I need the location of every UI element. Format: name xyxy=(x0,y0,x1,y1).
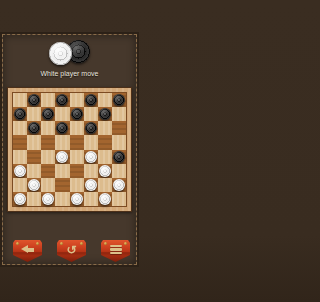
white-checker[interactable] xyxy=(71,193,83,205)
white-checker[interactable] xyxy=(113,179,125,191)
board-square-r7c5 xyxy=(70,178,84,192)
board-square-r2c6 xyxy=(84,107,98,121)
board-square-r7c3 xyxy=(41,178,55,192)
black-checker[interactable] xyxy=(99,108,111,120)
board-square-r1c3 xyxy=(41,93,55,107)
white-checker[interactable] xyxy=(14,165,26,177)
board-square-r3c6[interactable] xyxy=(84,121,98,135)
board-square-r6c2 xyxy=(27,164,41,178)
white-checker[interactable] xyxy=(85,151,97,163)
black-checker[interactable] xyxy=(113,94,125,106)
board-square-r8c8 xyxy=(112,192,126,206)
board-square-r1c2[interactable] xyxy=(27,93,41,107)
board-square-r6c7[interactable] xyxy=(98,164,112,178)
white-checker[interactable] xyxy=(56,151,68,163)
board-square-r3c3 xyxy=(41,121,55,135)
white-checker[interactable] xyxy=(14,193,26,205)
board-square-r4c7[interactable] xyxy=(98,135,112,149)
nail-icon xyxy=(104,242,107,245)
board-square-r7c2[interactable] xyxy=(27,178,41,192)
nail-icon xyxy=(80,242,83,245)
board-square-r1c6[interactable] xyxy=(84,93,98,107)
white-checker-icon xyxy=(49,42,72,65)
board-square-r8c5[interactable] xyxy=(70,192,84,206)
board-square-r5c7 xyxy=(98,150,112,164)
nail-icon xyxy=(36,242,39,245)
board-square-r6c5[interactable] xyxy=(70,164,84,178)
board-square-r5c1 xyxy=(13,150,27,164)
board-square-r7c1 xyxy=(13,178,27,192)
white-checker[interactable] xyxy=(99,165,111,177)
board-square-r6c6 xyxy=(84,164,98,178)
black-checker[interactable] xyxy=(14,108,26,120)
board-square-r6c8 xyxy=(112,164,126,178)
board-square-r7c6[interactable] xyxy=(84,178,98,192)
black-checker[interactable] xyxy=(28,122,40,134)
board-square-r8c1[interactable] xyxy=(13,192,27,206)
board-grid xyxy=(12,92,127,207)
board-square-r1c8[interactable] xyxy=(112,93,126,107)
board-square-r5c4[interactable] xyxy=(55,150,69,164)
black-checker[interactable] xyxy=(28,94,40,106)
board-square-r5c5 xyxy=(70,150,84,164)
black-checker[interactable] xyxy=(56,122,68,134)
board-square-r6c3[interactable] xyxy=(41,164,55,178)
board-square-r2c5[interactable] xyxy=(70,107,84,121)
board-square-r1c4[interactable] xyxy=(55,93,69,107)
white-checker[interactable] xyxy=(99,193,111,205)
white-checker[interactable] xyxy=(85,179,97,191)
board-square-r3c7 xyxy=(98,121,112,135)
board-square-r2c8 xyxy=(112,107,126,121)
black-checker[interactable] xyxy=(56,94,68,106)
board-square-r2c3[interactable] xyxy=(41,107,55,121)
board-square-r4c1[interactable] xyxy=(13,135,27,149)
turn-indicator xyxy=(3,39,136,67)
board-square-r8c3[interactable] xyxy=(41,192,55,206)
menu-button[interactable] xyxy=(101,240,130,262)
black-checker[interactable] xyxy=(85,122,97,134)
board-square-r7c8[interactable] xyxy=(112,178,126,192)
board-square-r4c5[interactable] xyxy=(70,135,84,149)
board-square-r5c6[interactable] xyxy=(84,150,98,164)
restart-button[interactable]: ↺ xyxy=(57,240,86,262)
menu-icon xyxy=(110,245,122,255)
board-square-r1c1 xyxy=(13,93,27,107)
toolbar: ↺ xyxy=(3,240,136,264)
nail-icon xyxy=(16,242,19,245)
board-square-r7c4[interactable] xyxy=(55,178,69,192)
restart-icon: ↺ xyxy=(66,244,76,256)
black-checker[interactable] xyxy=(71,108,83,120)
board-square-r6c1[interactable] xyxy=(13,164,27,178)
board-square-r3c5 xyxy=(70,121,84,135)
board-square-r3c8[interactable] xyxy=(112,121,126,135)
board-square-r2c7[interactable] xyxy=(98,107,112,121)
black-checker[interactable] xyxy=(85,94,97,106)
board-square-r5c8[interactable] xyxy=(112,150,126,164)
white-checker[interactable] xyxy=(42,193,54,205)
main-panel: White player move ↺ xyxy=(2,34,137,265)
board-square-r4c2 xyxy=(27,135,41,149)
board-square-r3c4[interactable] xyxy=(55,121,69,135)
black-checker[interactable] xyxy=(113,151,125,163)
checkers-board xyxy=(7,87,132,212)
status-text: White player move xyxy=(3,69,136,79)
board-square-r4c3[interactable] xyxy=(41,135,55,149)
board-square-r8c2 xyxy=(27,192,41,206)
board-square-r5c2[interactable] xyxy=(27,150,41,164)
board-square-r3c1 xyxy=(13,121,27,135)
nail-icon xyxy=(124,242,127,245)
undo-button[interactable] xyxy=(13,240,42,262)
board-square-r2c1[interactable] xyxy=(13,107,27,121)
board-square-r5c3 xyxy=(41,150,55,164)
board-square-r7c7 xyxy=(98,178,112,192)
board-square-r1c5 xyxy=(70,93,84,107)
board-square-r2c2 xyxy=(27,107,41,121)
undo-arrow-icon xyxy=(21,245,35,254)
white-checker[interactable] xyxy=(28,179,40,191)
board-square-r2c4 xyxy=(55,107,69,121)
board-square-r4c4 xyxy=(55,135,69,149)
board-square-r8c7[interactable] xyxy=(98,192,112,206)
board-square-r4c8 xyxy=(112,135,126,149)
board-square-r3c2[interactable] xyxy=(27,121,41,135)
board-square-r8c6 xyxy=(84,192,98,206)
nail-icon xyxy=(60,242,63,245)
board-square-r4c6 xyxy=(84,135,98,149)
board-square-r6c4 xyxy=(55,164,69,178)
black-checker[interactable] xyxy=(42,108,54,120)
board-square-r1c7 xyxy=(98,93,112,107)
board-square-r8c4 xyxy=(55,192,69,206)
